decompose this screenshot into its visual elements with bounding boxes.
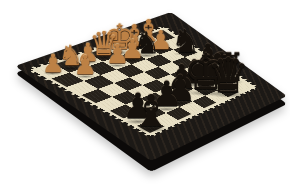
piece-wP-d2: ♟ — [106, 42, 129, 68]
chess-piece-glyph-bQ: ♛ — [207, 50, 250, 98]
chess-piece-glyph-wP: ♟ — [74, 53, 97, 79]
piece-wP-b2: ♟ — [74, 53, 97, 79]
chess-piece-glyph-bB: ♝ — [131, 89, 170, 133]
piece-bB-a8: ♝ — [131, 89, 170, 133]
chess-set-photo: ♚♛♞♝♝♟♟♟♟♟♟♚♛♜♝♝♞♞♟♟♟♟♟♟♟ — [0, 0, 290, 190]
board-scene: ♚♛♞♝♝♟♟♟♟♟♟♚♛♜♝♝♞♞♟♟♟♟♟♟♟ — [0, 0, 290, 190]
piece-wP-a1: ♟ — [42, 51, 64, 76]
chess-piece-glyph-wP: ♟ — [42, 51, 64, 76]
chess-piece-glyph-wP: ♟ — [106, 42, 129, 68]
piece-bQ-g8: ♛ — [207, 50, 250, 98]
